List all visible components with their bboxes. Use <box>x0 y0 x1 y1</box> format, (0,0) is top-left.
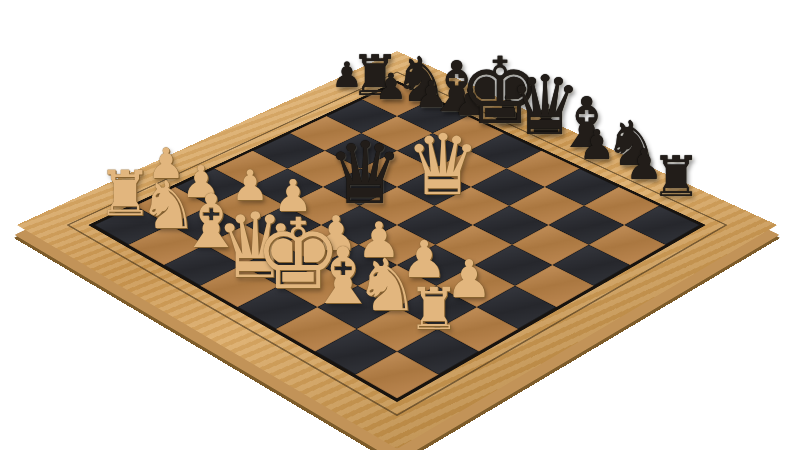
white-queen-e5-icon[interactable]: ♛ <box>405 123 480 207</box>
white-rook-h1-icon[interactable]: ♜ <box>408 280 460 338</box>
black-rook-h8-icon[interactable]: ♜ <box>651 149 701 205</box>
chess-product-photo: ♟♜♟♞♟♝♟♟♚♟♛♝♟♞♟♟♛♜♟♟♛♟♜♞♝♟♟♟♛♚♟♝♞♜ <box>0 0 800 450</box>
